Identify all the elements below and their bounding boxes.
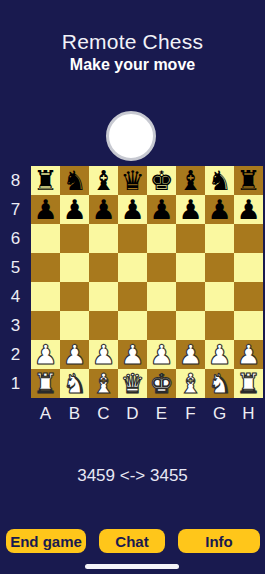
piece-white-pawn: ♟ — [62, 340, 86, 369]
square-d4[interactable] — [118, 282, 147, 311]
square-a8[interactable]: ♜ — [31, 166, 60, 195]
square-g3[interactable] — [205, 311, 234, 340]
square-e6[interactable] — [147, 224, 176, 253]
remote-chess-screen: Remote Chess Make your move 87654321 ♜♞♝… — [0, 0, 265, 574]
home-indicator[interactable] — [85, 564, 179, 569]
square-d2[interactable]: ♟ — [118, 340, 147, 369]
square-d7[interactable]: ♟ — [118, 195, 147, 224]
square-g8[interactable]: ♞ — [205, 166, 234, 195]
piece-white-bishop: ♝ — [91, 369, 115, 398]
square-g5[interactable] — [205, 253, 234, 282]
rank-label-8: 8 — [0, 166, 31, 195]
file-labels: ABCDEFGH — [31, 403, 263, 425]
square-d6[interactable] — [118, 224, 147, 253]
file-label-a: A — [31, 403, 60, 425]
square-b2[interactable]: ♟ — [60, 340, 89, 369]
square-d1[interactable]: ♛ — [118, 369, 147, 398]
piece-black-pawn: ♟ — [120, 195, 144, 224]
square-g2[interactable]: ♟ — [205, 340, 234, 369]
square-f5[interactable] — [176, 253, 205, 282]
square-b7[interactable]: ♟ — [60, 195, 89, 224]
piece-black-pawn: ♟ — [149, 195, 173, 224]
piece-white-king: ♚ — [149, 369, 173, 398]
square-g1[interactable]: ♞ — [205, 369, 234, 398]
square-a6[interactable] — [31, 224, 60, 253]
square-c8[interactable]: ♝ — [89, 166, 118, 195]
square-c5[interactable] — [89, 253, 118, 282]
square-d3[interactable] — [118, 311, 147, 340]
piece-white-queen: ♛ — [120, 369, 144, 398]
rank-label-3: 3 — [0, 311, 31, 340]
file-label-c: C — [89, 403, 118, 425]
piece-white-rook: ♜ — [33, 369, 57, 398]
square-d8[interactable]: ♛ — [118, 166, 147, 195]
square-h1[interactable]: ♜ — [234, 369, 263, 398]
piece-black-pawn: ♟ — [207, 195, 231, 224]
piece-white-pawn: ♟ — [207, 340, 231, 369]
square-c1[interactable]: ♝ — [89, 369, 118, 398]
square-h3[interactable] — [234, 311, 263, 340]
square-b3[interactable] — [60, 311, 89, 340]
file-label-f: F — [176, 403, 205, 425]
toolbar: End game Chat Info — [6, 529, 260, 553]
piece-black-knight: ♞ — [62, 166, 86, 195]
square-b8[interactable]: ♞ — [60, 166, 89, 195]
move-prompt: Make your move — [0, 56, 265, 74]
square-h8[interactable]: ♜ — [234, 166, 263, 195]
rank-label-1: 1 — [0, 369, 31, 398]
square-e2[interactable]: ♟ — [147, 340, 176, 369]
square-f3[interactable] — [176, 311, 205, 340]
piece-white-knight: ♞ — [207, 369, 231, 398]
piece-black-pawn: ♟ — [33, 195, 57, 224]
square-a4[interactable] — [31, 282, 60, 311]
square-a3[interactable] — [31, 311, 60, 340]
rank-labels: 87654321 — [0, 166, 31, 398]
square-e5[interactable] — [147, 253, 176, 282]
chess-board[interactable]: ♜♞♝♛♚♝♞♜♟♟♟♟♟♟♟♟♟♟♟♟♟♟♟♟♜♞♝♛♚♝♞♜ — [31, 166, 263, 398]
square-c3[interactable] — [89, 311, 118, 340]
square-d5[interactable] — [118, 253, 147, 282]
square-h6[interactable] — [234, 224, 263, 253]
square-e4[interactable] — [147, 282, 176, 311]
piece-black-pawn: ♟ — [178, 195, 202, 224]
square-c6[interactable] — [89, 224, 118, 253]
square-f8[interactable]: ♝ — [176, 166, 205, 195]
square-g4[interactable] — [205, 282, 234, 311]
rank-label-4: 4 — [0, 282, 31, 311]
square-a2[interactable]: ♟ — [31, 340, 60, 369]
square-c7[interactable]: ♟ — [89, 195, 118, 224]
square-e7[interactable]: ♟ — [147, 195, 176, 224]
square-a1[interactable]: ♜ — [31, 369, 60, 398]
piece-black-rook: ♜ — [236, 166, 260, 195]
square-e1[interactable]: ♚ — [147, 369, 176, 398]
square-b5[interactable] — [60, 253, 89, 282]
square-g7[interactable]: ♟ — [205, 195, 234, 224]
piece-black-pawn: ♟ — [236, 195, 260, 224]
square-c2[interactable]: ♟ — [89, 340, 118, 369]
piece-black-king: ♚ — [149, 166, 173, 195]
end-game-button[interactable]: End game — [6, 529, 86, 553]
turn-indicator-circle[interactable] — [106, 111, 156, 161]
piece-black-knight: ♞ — [207, 166, 231, 195]
rank-label-2: 2 — [0, 340, 31, 369]
square-f1[interactable]: ♝ — [176, 369, 205, 398]
piece-white-pawn: ♟ — [236, 340, 260, 369]
piece-black-rook: ♜ — [33, 166, 57, 195]
file-label-g: G — [205, 403, 234, 425]
piece-white-knight: ♞ — [62, 369, 86, 398]
piece-black-bishop: ♝ — [91, 166, 115, 195]
piece-black-pawn: ♟ — [91, 195, 115, 224]
square-h7[interactable]: ♟ — [234, 195, 263, 224]
square-h4[interactable] — [234, 282, 263, 311]
chat-button[interactable]: Chat — [99, 529, 165, 553]
square-b4[interactable] — [60, 282, 89, 311]
ratings-text: 3459 <-> 3455 — [0, 466, 265, 486]
piece-white-pawn: ♟ — [178, 340, 202, 369]
rank-label-7: 7 — [0, 195, 31, 224]
piece-white-bishop: ♝ — [178, 369, 202, 398]
square-b1[interactable]: ♞ — [60, 369, 89, 398]
square-f4[interactable] — [176, 282, 205, 311]
rank-label-5: 5 — [0, 253, 31, 282]
square-c4[interactable] — [89, 282, 118, 311]
square-f6[interactable] — [176, 224, 205, 253]
rank-label-6: 6 — [0, 224, 31, 253]
piece-black-queen: ♛ — [120, 166, 144, 195]
piece-black-pawn: ♟ — [62, 195, 86, 224]
square-h2[interactable]: ♟ — [234, 340, 263, 369]
piece-white-pawn: ♟ — [91, 340, 115, 369]
square-b6[interactable] — [60, 224, 89, 253]
square-e3[interactable] — [147, 311, 176, 340]
file-label-h: H — [234, 403, 263, 425]
file-label-e: E — [147, 403, 176, 425]
piece-white-pawn: ♟ — [149, 340, 173, 369]
file-label-b: B — [60, 403, 89, 425]
info-button[interactable]: Info — [178, 529, 260, 553]
square-a7[interactable]: ♟ — [31, 195, 60, 224]
square-e8[interactable]: ♚ — [147, 166, 176, 195]
piece-white-pawn: ♟ — [120, 340, 144, 369]
square-g6[interactable] — [205, 224, 234, 253]
square-h5[interactable] — [234, 253, 263, 282]
square-f2[interactable]: ♟ — [176, 340, 205, 369]
page-title: Remote Chess — [0, 30, 265, 54]
file-label-d: D — [118, 403, 147, 425]
square-f7[interactable]: ♟ — [176, 195, 205, 224]
piece-white-rook: ♜ — [236, 369, 260, 398]
square-a5[interactable] — [31, 253, 60, 282]
piece-white-pawn: ♟ — [33, 340, 57, 369]
piece-black-bishop: ♝ — [178, 166, 202, 195]
